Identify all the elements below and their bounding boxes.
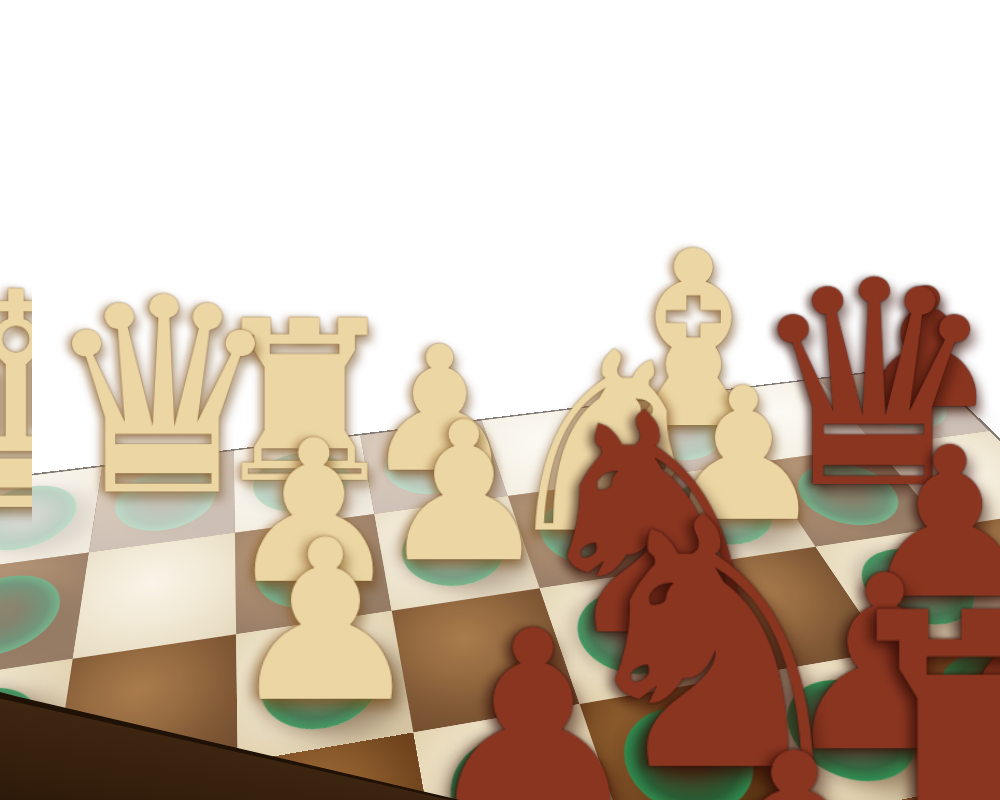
piece-white-knight: ♞ <box>0 484 169 795</box>
chess-board: ♚♛♜♟♝♟♟♟♟♞♟♛♞♟♞♟♟♞♟♟♟♜ <box>0 320 1000 800</box>
piece-red-pawn: ♟ <box>544 716 1000 800</box>
photo-scene: ♚♛♜♟♝♟♟♟♟♞♟♛♞♟♞♟♟♞♟♟♟♜ <box>0 0 1000 800</box>
board-grid: ♚♛♜♟♝♟♟♟♟♞♟♛♞♟♞♟♟♞♟♟♟♜ <box>0 367 1000 800</box>
square-a6: ♞ <box>0 659 73 800</box>
